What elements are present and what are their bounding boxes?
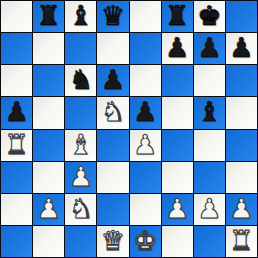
square-g2[interactable]: ♟ (194, 194, 225, 225)
square-h7[interactable]: ♟ (226, 33, 257, 64)
white-pawn-icon: ♟ (165, 195, 189, 222)
white-knight-icon: ♞ (69, 195, 93, 222)
black-bishop-icon: ♝ (197, 98, 221, 125)
black-pawn-icon: ♟ (197, 34, 221, 61)
square-d6[interactable]: ♟ (97, 65, 128, 96)
square-b7[interactable] (33, 33, 64, 64)
black-queen-icon: ♛ (101, 2, 125, 29)
square-a1[interactable] (1, 226, 32, 257)
square-f5[interactable] (162, 97, 193, 128)
black-bishop-icon: ♝ (69, 2, 93, 29)
black-rook-icon: ♜ (165, 2, 189, 29)
black-pawn-icon: ♟ (165, 34, 189, 61)
square-c6[interactable]: ♞ (65, 65, 96, 96)
square-e4[interactable]: ♟ (130, 130, 161, 161)
black-pawn-icon: ♟ (4, 98, 28, 125)
square-b3[interactable] (33, 162, 64, 193)
square-f3[interactable] (162, 162, 193, 193)
white-queen-icon: ♛ (101, 227, 125, 254)
square-d3[interactable] (97, 162, 128, 193)
black-pawn-icon: ♟ (229, 34, 253, 61)
square-b2[interactable]: ♟ (33, 194, 64, 225)
square-g1[interactable] (194, 226, 225, 257)
square-e6[interactable] (130, 65, 161, 96)
square-g4[interactable] (194, 130, 225, 161)
square-b1[interactable] (33, 226, 64, 257)
square-c1[interactable] (65, 226, 96, 257)
black-rook-icon: ♜ (37, 2, 61, 29)
square-h4[interactable] (226, 130, 257, 161)
square-c8[interactable]: ♝ (65, 1, 96, 32)
square-d1[interactable]: ♛ (97, 226, 128, 257)
square-e8[interactable] (130, 1, 161, 32)
square-h5[interactable] (226, 97, 257, 128)
square-c5[interactable] (65, 97, 96, 128)
square-e5[interactable]: ♟ (130, 97, 161, 128)
square-f2[interactable]: ♟ (162, 194, 193, 225)
square-a8[interactable] (1, 1, 32, 32)
square-a3[interactable] (1, 162, 32, 193)
black-pawn-icon: ♟ (133, 98, 157, 125)
white-pawn-icon: ♟ (197, 195, 221, 222)
white-pawn-icon: ♟ (69, 163, 93, 190)
square-h2[interactable]: ♟ (226, 194, 257, 225)
square-g3[interactable] (194, 162, 225, 193)
white-pawn-icon: ♟ (229, 195, 253, 222)
square-h8[interactable] (226, 1, 257, 32)
square-c4[interactable]: ♝ (65, 130, 96, 161)
square-d4[interactable] (97, 130, 128, 161)
square-b8[interactable]: ♜ (33, 1, 64, 32)
square-b4[interactable] (33, 130, 64, 161)
square-a5[interactable]: ♟ (1, 97, 32, 128)
square-a7[interactable] (1, 33, 32, 64)
white-pawn-icon: ♟ (133, 131, 157, 158)
square-d5[interactable]: ♞ (97, 97, 128, 128)
square-c3[interactable]: ♟ (65, 162, 96, 193)
black-pawn-icon: ♟ (101, 66, 125, 93)
chess-board: ♜♝♛♜♚♟♟♟♞♟♟♞♟♝♜♝♟♟♟♞♟♟♟♛♚♜ (0, 0, 258, 258)
square-c7[interactable] (65, 33, 96, 64)
square-f8[interactable]: ♜ (162, 1, 193, 32)
square-b6[interactable] (33, 65, 64, 96)
square-e7[interactable] (130, 33, 161, 64)
square-c2[interactable]: ♞ (65, 194, 96, 225)
square-d8[interactable]: ♛ (97, 1, 128, 32)
square-f4[interactable] (162, 130, 193, 161)
white-king-icon: ♚ (133, 227, 157, 254)
square-f7[interactable]: ♟ (162, 33, 193, 64)
square-a2[interactable] (1, 194, 32, 225)
square-a6[interactable] (1, 65, 32, 96)
white-bishop-icon: ♝ (69, 131, 93, 158)
black-king-icon: ♚ (197, 2, 221, 29)
square-e3[interactable] (130, 162, 161, 193)
square-h1[interactable]: ♜ (226, 226, 257, 257)
square-a4[interactable]: ♜ (1, 130, 32, 161)
white-rook-icon: ♜ (4, 131, 28, 158)
square-h3[interactable] (226, 162, 257, 193)
square-f1[interactable] (162, 226, 193, 257)
square-e1[interactable]: ♚ (130, 226, 161, 257)
square-g5[interactable]: ♝ (194, 97, 225, 128)
square-d2[interactable] (97, 194, 128, 225)
square-d7[interactable] (97, 33, 128, 64)
square-h6[interactable] (226, 65, 257, 96)
white-rook-icon: ♜ (229, 227, 253, 254)
square-e2[interactable] (130, 194, 161, 225)
square-g7[interactable]: ♟ (194, 33, 225, 64)
square-g8[interactable]: ♚ (194, 1, 225, 32)
black-knight-icon: ♞ (69, 66, 93, 93)
white-knight-icon: ♞ (101, 98, 125, 125)
white-pawn-icon: ♟ (37, 195, 61, 222)
square-g6[interactable] (194, 65, 225, 96)
square-b5[interactable] (33, 97, 64, 128)
square-f6[interactable] (162, 65, 193, 96)
